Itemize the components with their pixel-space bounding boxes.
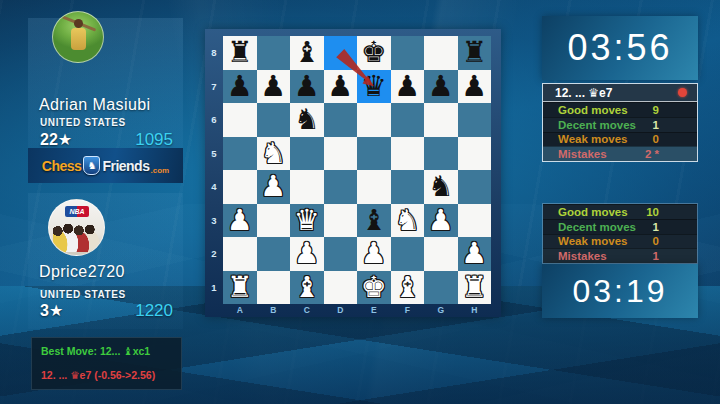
- analysis-panel-bottom: Good moves 10 Decent moves 1 Weak moves …: [542, 203, 698, 264]
- clock-bottom-player: 03:19: [542, 264, 698, 318]
- black-pawn-g7[interactable]: ♟: [428, 70, 454, 104]
- square-d8[interactable]: [324, 36, 358, 70]
- avatar-detail: [53, 222, 100, 252]
- black-pawn-d7[interactable]: ♟: [327, 70, 353, 104]
- rank-label-7: 7: [205, 81, 223, 92]
- stat-label: Mistakes: [558, 250, 607, 262]
- rank-label-3: 3: [205, 215, 223, 226]
- square-e1[interactable]: ♚: [357, 271, 391, 305]
- square-e8[interactable]: ♚: [357, 36, 391, 70]
- alert-dot-icon: [678, 88, 687, 97]
- square-c7[interactable]: ♟: [290, 70, 324, 104]
- stat-value: 1: [653, 221, 659, 233]
- player-top-rating: 1095: [135, 130, 173, 150]
- best-move-text: Best Move: 12... ♝xc1: [41, 345, 150, 357]
- square-d1[interactable]: [324, 271, 358, 305]
- white-pawn-a3[interactable]: ♟: [227, 204, 253, 238]
- square-h1[interactable]: ♜: [458, 271, 492, 305]
- logo-text-com: .com: [150, 166, 169, 175]
- black-pawn-c7[interactable]: ♟: [294, 70, 320, 104]
- square-g8[interactable]: [424, 36, 458, 70]
- square-f8[interactable]: [391, 36, 425, 70]
- avatar-top-player: [52, 11, 104, 63]
- black-knight-g4[interactable]: ♞: [428, 170, 454, 204]
- square-h7[interactable]: ♟: [458, 70, 492, 104]
- black-pawn-h7[interactable]: ♟: [461, 70, 487, 104]
- white-knight-f3[interactable]: ♞: [394, 204, 420, 238]
- square-e4[interactable]: [357, 170, 391, 204]
- current-move-header: 12. ... ♛e7: [543, 84, 697, 102]
- square-b7[interactable]: ♟: [257, 70, 291, 104]
- black-bishop-c8[interactable]: ♝: [294, 36, 320, 70]
- square-e7[interactable]: ♛: [357, 70, 391, 104]
- black-rook-a8[interactable]: ♜: [227, 36, 253, 70]
- square-a5[interactable]: [223, 137, 257, 171]
- file-label-c: C: [290, 304, 324, 317]
- rank-label-8: 8: [205, 47, 223, 58]
- stat-row-good: Good moves 9: [543, 102, 697, 117]
- square-d5[interactable]: [324, 137, 358, 171]
- file-label-d: D: [324, 304, 358, 317]
- white-pawn-g3[interactable]: ♟: [428, 204, 454, 238]
- square-b1[interactable]: [257, 271, 291, 305]
- square-b4[interactable]: ♟: [257, 170, 291, 204]
- black-queen-e7[interactable]: ♛: [361, 70, 387, 104]
- square-h4[interactable]: [458, 170, 492, 204]
- rank-labels: 87654321: [205, 36, 223, 304]
- square-g1[interactable]: [424, 271, 458, 305]
- white-pawn-c2[interactable]: ♟: [294, 237, 320, 271]
- square-d6[interactable]: [324, 103, 358, 137]
- square-d4[interactable]: [324, 170, 358, 204]
- square-d3[interactable]: [324, 204, 358, 238]
- white-knight-b5[interactable]: ♞: [260, 137, 286, 171]
- file-label-f: F: [391, 304, 425, 317]
- square-h3[interactable]: [458, 204, 492, 238]
- logo-text-friends: Friends: [102, 158, 149, 174]
- black-king-e8[interactable]: ♚: [361, 36, 387, 70]
- square-c4[interactable]: [290, 170, 324, 204]
- square-f4[interactable]: [391, 170, 425, 204]
- stat-label: Good moves: [558, 206, 628, 218]
- file-label-e: E: [357, 304, 391, 317]
- stat-label: Weak moves: [558, 133, 627, 145]
- black-knight-c6[interactable]: ♞: [294, 103, 320, 137]
- white-bishop-c1[interactable]: ♝: [294, 271, 320, 305]
- white-rook-a1[interactable]: ♜: [227, 271, 253, 305]
- white-king-e1[interactable]: ♚: [361, 271, 387, 305]
- square-g6[interactable]: [424, 103, 458, 137]
- played-move-eval-text: 12. ... ♛e7 (-0.56->2.56): [41, 369, 155, 381]
- square-g2[interactable]: [424, 237, 458, 271]
- square-c3[interactable]: ♛: [290, 204, 324, 238]
- stat-row-mistakes: Mistakes 1: [543, 248, 697, 263]
- square-a3[interactable]: ♟: [223, 204, 257, 238]
- file-label-b: B: [257, 304, 291, 317]
- stat-row-weak: Weak moves 0: [543, 132, 697, 147]
- square-g5[interactable]: [424, 137, 458, 171]
- file-label-h: H: [458, 304, 492, 317]
- player-top-stars: 22★: [40, 130, 72, 149]
- stat-value: 0: [653, 133, 659, 145]
- nba-logo: NBA: [65, 206, 89, 217]
- white-rook-h1[interactable]: ♜: [461, 271, 487, 305]
- player-bottom-name: Dprice2720: [39, 263, 125, 281]
- square-e3[interactable]: ♝: [357, 204, 391, 238]
- stat-label: Decent moves: [558, 221, 636, 233]
- square-g4[interactable]: ♞: [424, 170, 458, 204]
- square-e5[interactable]: [357, 137, 391, 171]
- stat-row-weak: Weak moves 0: [543, 234, 697, 249]
- square-h6[interactable]: [458, 103, 492, 137]
- square-g7[interactable]: ♟: [424, 70, 458, 104]
- shield-knight-icon: ♞: [83, 156, 100, 175]
- square-a1[interactable]: ♜: [223, 271, 257, 305]
- rank-label-1: 1: [205, 282, 223, 293]
- square-f3[interactable]: ♞: [391, 204, 425, 238]
- square-b6[interactable]: [257, 103, 291, 137]
- best-move-panel: Best Move: 12... ♝xc1 12. ... ♛e7 (-0.56…: [31, 337, 182, 390]
- square-c2[interactable]: ♟: [290, 237, 324, 271]
- stat-value: 1: [653, 250, 659, 262]
- square-f2[interactable]: [391, 237, 425, 271]
- square-b3[interactable]: [257, 204, 291, 238]
- rank-label-5: 5: [205, 148, 223, 159]
- white-pawn-b4[interactable]: ♟: [260, 170, 286, 204]
- chess-board[interactable]: ♜♝♚♜♟♟♟♟♛♟♟♟♞♞♟♞♟♛♝♞♟♟♟♟♜♝♚♝♜: [223, 36, 491, 304]
- analysis-panel-top: 12. ... ♛e7 Good moves 9 Decent moves 1 …: [542, 83, 698, 162]
- current-move-label: 12. ... ♛e7: [555, 86, 612, 100]
- player-bottom-country: UNITED STATES: [40, 289, 126, 300]
- file-label-a: A: [223, 304, 257, 317]
- square-a7[interactable]: ♟: [223, 70, 257, 104]
- square-e6[interactable]: [357, 103, 391, 137]
- square-f7[interactable]: ♟: [391, 70, 425, 104]
- square-f6[interactable]: [391, 103, 425, 137]
- square-a8[interactable]: ♜: [223, 36, 257, 70]
- player-bottom-stars: 3★: [40, 301, 63, 320]
- player-bottom-rating: 1220: [135, 301, 173, 321]
- stat-label: Decent moves: [558, 119, 636, 131]
- rank-label-4: 4: [205, 181, 223, 192]
- black-rook-h8[interactable]: ♜: [461, 36, 487, 70]
- square-h2[interactable]: ♟: [458, 237, 492, 271]
- white-bishop-f1[interactable]: ♝: [394, 271, 420, 305]
- square-c8[interactable]: ♝: [290, 36, 324, 70]
- square-b8[interactable]: [257, 36, 291, 70]
- stat-label: Weak moves: [558, 235, 627, 247]
- square-h8[interactable]: ♜: [458, 36, 492, 70]
- square-a4[interactable]: [223, 170, 257, 204]
- logo-text-chess: Chess: [42, 158, 82, 174]
- stat-value: 1: [653, 119, 659, 131]
- square-e2[interactable]: ♟: [357, 237, 391, 271]
- square-a2[interactable]: [223, 237, 257, 271]
- rank-label-2: 2: [205, 248, 223, 259]
- white-pawn-e2[interactable]: ♟: [361, 237, 387, 271]
- stat-value: 0: [653, 235, 659, 247]
- black-pawn-a7[interactable]: ♟: [227, 70, 253, 104]
- stat-row-decent: Decent moves 1: [543, 219, 697, 234]
- square-f1[interactable]: ♝: [391, 271, 425, 305]
- file-label-g: G: [424, 304, 458, 317]
- chess-board-frame: 87654321 ♜♝♚♜♟♟♟♟♛♟♟♟♞♞♟♞♟♛♝♞♟♟♟♟♜♝♚♝♜ A…: [205, 29, 501, 317]
- square-d7[interactable]: ♟: [324, 70, 358, 104]
- square-h5[interactable]: [458, 137, 492, 171]
- stat-value: 2 *: [645, 148, 659, 160]
- black-pawn-f7[interactable]: ♟: [394, 70, 420, 104]
- avatar-detail: [74, 19, 83, 28]
- square-d2[interactable]: [324, 237, 358, 271]
- square-g3[interactable]: ♟: [424, 204, 458, 238]
- stat-value: 9: [653, 104, 659, 116]
- stat-row-decent: Decent moves 1: [543, 117, 697, 132]
- white-queen-c3[interactable]: ♛: [294, 204, 320, 238]
- avatar-bottom-player: NBA: [48, 199, 105, 256]
- player-top-country: UNITED STATES: [40, 117, 126, 128]
- square-c1[interactable]: ♝: [290, 271, 324, 305]
- white-pawn-h2[interactable]: ♟: [461, 237, 487, 271]
- stat-row-mistakes: Mistakes 2 *: [543, 146, 697, 161]
- player-top-name: Adrian Masiubi: [39, 96, 150, 114]
- square-b2[interactable]: [257, 237, 291, 271]
- square-c5[interactable]: [290, 137, 324, 171]
- avatar-detail: [71, 28, 86, 50]
- chessfriends-logo: Chess ♞ Friends .com: [28, 148, 183, 183]
- stat-label: Mistakes: [558, 148, 607, 160]
- stat-row-good: Good moves 10: [543, 204, 697, 219]
- black-bishop-e3[interactable]: ♝: [361, 204, 387, 238]
- stat-value: 10: [646, 206, 659, 218]
- rank-label-6: 6: [205, 114, 223, 125]
- clock-top-player: 03:56: [542, 16, 698, 80]
- square-c6[interactable]: ♞: [290, 103, 324, 137]
- stat-label: Good moves: [558, 104, 628, 116]
- file-labels: ABCDEFGH: [223, 304, 491, 317]
- square-a6[interactable]: [223, 103, 257, 137]
- square-f5[interactable]: [391, 137, 425, 171]
- black-pawn-b7[interactable]: ♟: [260, 70, 286, 104]
- square-b5[interactable]: ♞: [257, 137, 291, 171]
